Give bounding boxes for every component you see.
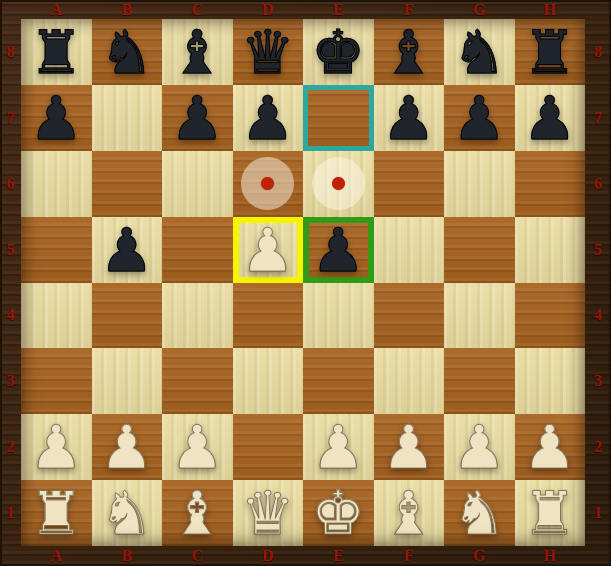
- square-f5[interactable]: [374, 217, 445, 283]
- file-labels-bottom: ABCDEFGH: [21, 546, 585, 566]
- file-label-e: E: [303, 546, 374, 566]
- square-b8[interactable]: ♞: [92, 19, 163, 85]
- square-e5[interactable]: ♟: [303, 217, 374, 283]
- square-c4[interactable]: [162, 283, 233, 349]
- square-a2[interactable]: ♟: [21, 414, 92, 480]
- black-rook[interactable]: ♜: [29, 22, 83, 82]
- rank-label-6: 6: [0, 151, 21, 217]
- rank-label-5: 5: [585, 217, 611, 283]
- square-b4[interactable]: [92, 283, 163, 349]
- square-e4[interactable]: [303, 283, 374, 349]
- white-rook[interactable]: ♜: [523, 483, 577, 543]
- black-pawn[interactable]: ♟: [100, 220, 154, 280]
- square-c2[interactable]: ♟: [162, 414, 233, 480]
- rank-labels-left: 87654321: [0, 19, 21, 546]
- file-label-g: G: [444, 546, 515, 566]
- file-label-c: C: [162, 546, 233, 566]
- white-pawn[interactable]: ♟: [382, 417, 436, 477]
- rank-label-1: 1: [0, 480, 21, 546]
- square-c5[interactable]: [162, 217, 233, 283]
- rank-label-8: 8: [0, 19, 21, 85]
- square-c6[interactable]: [162, 151, 233, 217]
- white-pawn[interactable]: ♟: [100, 417, 154, 477]
- square-g6[interactable]: [444, 151, 515, 217]
- file-label-f: F: [374, 546, 445, 566]
- square-d1[interactable]: ♛: [233, 480, 304, 546]
- square-a3[interactable]: [21, 348, 92, 414]
- square-e8[interactable]: ♚: [303, 19, 374, 85]
- square-e7[interactable]: [303, 85, 374, 151]
- square-g2[interactable]: ♟: [444, 414, 515, 480]
- black-king[interactable]: ♚: [311, 22, 365, 82]
- square-b6[interactable]: [92, 151, 163, 217]
- square-g5[interactable]: [444, 217, 515, 283]
- square-a5[interactable]: [21, 217, 92, 283]
- white-pawn[interactable]: ♟: [523, 417, 577, 477]
- square-g4[interactable]: [444, 283, 515, 349]
- square-h8[interactable]: ♜: [515, 19, 586, 85]
- square-h3[interactable]: [515, 348, 586, 414]
- rank-label-5: 5: [0, 217, 21, 283]
- square-a6[interactable]: [21, 151, 92, 217]
- square-c3[interactable]: [162, 348, 233, 414]
- square-d7[interactable]: ♟: [233, 85, 304, 151]
- rank-label-2: 2: [0, 414, 21, 480]
- chess-app-window: ABCDEFGH ABCDEFGH 87654321 87654321 ♜♞♝♛…: [0, 0, 611, 566]
- rank-label-3: 3: [0, 348, 21, 414]
- square-b7[interactable]: [92, 85, 163, 151]
- rank-label-2: 2: [585, 414, 611, 480]
- square-g3[interactable]: [444, 348, 515, 414]
- white-rook[interactable]: ♜: [29, 483, 83, 543]
- file-label-d: D: [233, 546, 304, 566]
- black-pawn[interactable]: ♟: [311, 220, 365, 280]
- file-label-b: B: [92, 546, 163, 566]
- white-pawn[interactable]: ♟: [170, 417, 224, 477]
- square-f8[interactable]: ♝: [374, 19, 445, 85]
- square-h5[interactable]: [515, 217, 586, 283]
- square-b1[interactable]: ♞: [92, 480, 163, 546]
- square-d4[interactable]: [233, 283, 304, 349]
- square-a7[interactable]: ♟: [21, 85, 92, 151]
- white-knight[interactable]: ♞: [100, 483, 154, 543]
- square-f4[interactable]: [374, 283, 445, 349]
- black-pawn[interactable]: ♟: [29, 88, 83, 148]
- rank-label-6: 6: [585, 151, 611, 217]
- square-d3[interactable]: [233, 348, 304, 414]
- chess-board[interactable]: ♜♞♝♛♚♝♞♜♟♟♟♟♟♟♟♟♟♟♟♟♟♟♟♟♜♞♝♛♚♝♞♜: [21, 19, 585, 546]
- square-b2[interactable]: ♟: [92, 414, 163, 480]
- square-g8[interactable]: ♞: [444, 19, 515, 85]
- white-pawn[interactable]: ♟: [311, 417, 365, 477]
- rank-label-7: 7: [585, 85, 611, 151]
- square-c8[interactable]: ♝: [162, 19, 233, 85]
- file-label-a: A: [21, 546, 92, 566]
- square-h7[interactable]: ♟: [515, 85, 586, 151]
- move-hint-dot: [261, 177, 274, 190]
- white-queen[interactable]: ♛: [241, 483, 295, 543]
- square-b5[interactable]: ♟: [92, 217, 163, 283]
- black-knight[interactable]: ♞: [452, 22, 506, 82]
- rank-label-8: 8: [585, 19, 611, 85]
- move-hint-circle-e6[interactable]: [312, 157, 365, 210]
- square-a4[interactable]: [21, 283, 92, 349]
- square-c7[interactable]: ♟: [162, 85, 233, 151]
- rank-label-1: 1: [585, 480, 611, 546]
- white-knight[interactable]: ♞: [452, 483, 506, 543]
- square-f2[interactable]: ♟: [374, 414, 445, 480]
- black-knight[interactable]: ♞: [100, 22, 154, 82]
- white-bishop[interactable]: ♝: [170, 483, 224, 543]
- file-label-h: H: [515, 546, 586, 566]
- move-hint-circle-d6[interactable]: [241, 157, 294, 210]
- square-c1[interactable]: ♝: [162, 480, 233, 546]
- square-d2[interactable]: [233, 414, 304, 480]
- black-pawn[interactable]: ♟: [382, 88, 436, 148]
- white-bishop[interactable]: ♝: [382, 483, 436, 543]
- square-f7[interactable]: ♟: [374, 85, 445, 151]
- black-pawn[interactable]: ♟: [452, 88, 506, 148]
- square-e1[interactable]: ♚: [303, 480, 374, 546]
- square-a8[interactable]: ♜: [21, 19, 92, 85]
- black-bishop[interactable]: ♝: [170, 22, 224, 82]
- square-d5[interactable]: ♟: [233, 217, 304, 283]
- rank-label-4: 4: [0, 283, 21, 349]
- square-h6[interactable]: [515, 151, 586, 217]
- square-h1[interactable]: ♜: [515, 480, 586, 546]
- rank-labels-right: 87654321: [585, 19, 611, 546]
- square-f3[interactable]: [374, 348, 445, 414]
- black-pawn[interactable]: ♟: [523, 88, 577, 148]
- square-h2[interactable]: ♟: [515, 414, 586, 480]
- square-e2[interactable]: ♟: [303, 414, 374, 480]
- square-a1[interactable]: ♜: [21, 480, 92, 546]
- move-hint-dot: [332, 177, 345, 190]
- square-g1[interactable]: ♞: [444, 480, 515, 546]
- white-pawn[interactable]: ♟: [241, 220, 295, 280]
- black-rook[interactable]: ♜: [523, 22, 577, 82]
- black-queen[interactable]: ♛: [241, 22, 295, 82]
- rank-label-4: 4: [585, 283, 611, 349]
- square-e6[interactable]: [303, 151, 374, 217]
- square-d8[interactable]: ♛: [233, 19, 304, 85]
- square-g7[interactable]: ♟: [444, 85, 515, 151]
- black-pawn[interactable]: ♟: [170, 88, 224, 148]
- black-bishop[interactable]: ♝: [382, 22, 436, 82]
- square-f6[interactable]: [374, 151, 445, 217]
- square-d6[interactable]: [233, 151, 304, 217]
- white-pawn[interactable]: ♟: [29, 417, 83, 477]
- square-f1[interactable]: ♝: [374, 480, 445, 546]
- square-h4[interactable]: [515, 283, 586, 349]
- square-e3[interactable]: [303, 348, 374, 414]
- black-pawn[interactable]: ♟: [241, 88, 295, 148]
- rank-label-7: 7: [0, 85, 21, 151]
- rank-label-3: 3: [585, 348, 611, 414]
- square-b3[interactable]: [92, 348, 163, 414]
- white-king[interactable]: ♚: [311, 483, 365, 543]
- white-pawn[interactable]: ♟: [452, 417, 506, 477]
